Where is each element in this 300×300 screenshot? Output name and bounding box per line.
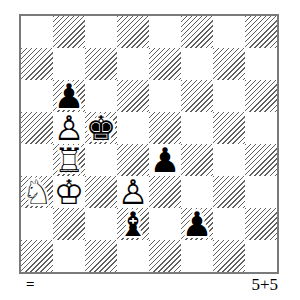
square-b3: ♚♔ (53, 176, 85, 208)
square-g7 (213, 48, 245, 80)
square-e4: ♟ (149, 144, 181, 176)
square-h4 (245, 144, 277, 176)
square-e8 (149, 16, 181, 48)
square-g3 (213, 176, 245, 208)
square-h2 (245, 208, 277, 240)
square-b8 (53, 16, 85, 48)
square-f5 (181, 112, 213, 144)
square-a7 (21, 48, 53, 80)
square-h3 (245, 176, 277, 208)
square-d8 (117, 16, 149, 48)
square-d5 (117, 112, 149, 144)
square-f1 (181, 240, 213, 272)
square-c4 (85, 144, 117, 176)
square-c3 (85, 176, 117, 208)
square-g4 (213, 144, 245, 176)
square-e7 (149, 48, 181, 80)
square-d6 (117, 80, 149, 112)
square-d7 (117, 48, 149, 80)
black-king: ♚ (85, 112, 117, 144)
square-d1 (117, 240, 149, 272)
square-h5 (245, 112, 277, 144)
square-e1 (149, 240, 181, 272)
square-g1 (213, 240, 245, 272)
square-h8 (245, 16, 277, 48)
black-bishop: ♝ (117, 208, 149, 240)
square-d2: ♝ (117, 208, 149, 240)
square-f7 (181, 48, 213, 80)
square-c1 (85, 240, 117, 272)
square-a6 (21, 80, 53, 112)
square-f6 (181, 80, 213, 112)
square-c2 (85, 208, 117, 240)
chess-board: ♟♟♙♚♜♖♟♞♘♚♔♟♙♝♟ (19, 14, 279, 274)
square-f4 (181, 144, 213, 176)
black-pawn: ♟ (181, 208, 213, 240)
square-f2: ♟ (181, 208, 213, 240)
square-g6 (213, 80, 245, 112)
square-a5 (21, 112, 53, 144)
black-pawn: ♟ (149, 144, 181, 176)
square-h6 (245, 80, 277, 112)
square-e2 (149, 208, 181, 240)
square-g5 (213, 112, 245, 144)
square-c8 (85, 16, 117, 48)
stipulation-draw-label: = (26, 276, 35, 293)
square-h1 (245, 240, 277, 272)
white-knight: ♞♘ (21, 176, 53, 208)
square-f8 (181, 16, 213, 48)
square-c5: ♚ (85, 112, 117, 144)
square-g8 (213, 16, 245, 48)
square-e3 (149, 176, 181, 208)
square-a8 (21, 16, 53, 48)
square-b2 (53, 208, 85, 240)
square-e6 (149, 80, 181, 112)
piece-count-label: 5+5 (251, 275, 278, 295)
square-a2 (21, 208, 53, 240)
square-b1 (53, 240, 85, 272)
square-h7 (245, 48, 277, 80)
square-g2 (213, 208, 245, 240)
square-a1 (21, 240, 53, 272)
square-c7 (85, 48, 117, 80)
white-king: ♚♔ (53, 176, 85, 208)
square-a3: ♞♘ (21, 176, 53, 208)
